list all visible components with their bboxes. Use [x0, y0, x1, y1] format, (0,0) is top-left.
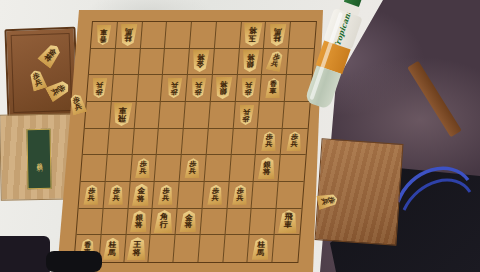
board-cell-r1c8: 桂馬: [264, 22, 291, 49]
shogi-piece-歩兵[interactable]: 歩兵: [135, 158, 152, 178]
board-cell-r9c7: [223, 235, 250, 262]
board-cell-r8c8: [250, 209, 277, 236]
piece-kanji: 金: [197, 62, 205, 69]
board-cell-r2c3: [138, 49, 165, 76]
board-cell-r4c7: 歩兵: [233, 102, 260, 129]
board-cell-r2c1: [89, 49, 116, 76]
shogi-piece-玉将[interactable]: 玉将: [242, 23, 263, 46]
board-cell-r8c9: 飛車: [275, 209, 302, 236]
shogi-piece-飛車[interactable]: 飛車: [278, 210, 299, 233]
piece-kanji: 飛: [118, 115, 127, 123]
piece-kanji: 兵: [139, 168, 147, 175]
piece-kanji: 兵: [236, 195, 244, 202]
shogi-piece-銀将[interactable]: 銀将: [258, 157, 277, 179]
board-cell-r6c6: [204, 155, 231, 182]
board-cell-r6c7: [229, 155, 256, 182]
piece-kanji: 歩: [96, 88, 104, 95]
board-cell-r3c8: 香車: [260, 75, 287, 102]
box-lid-edge: [11, 33, 73, 113]
shogi-piece-金将[interactable]: 金将: [179, 210, 198, 232]
board-cell-r3c6: 銀将: [211, 75, 238, 102]
board-cell-r1c6: [215, 22, 242, 49]
board-cell-r6c5: 歩兵: [180, 155, 207, 182]
board-cell-r1c5: [190, 22, 217, 49]
piece-kanji: 桂: [124, 35, 132, 42]
piece-kanji: 兵: [245, 81, 253, 88]
piece-kanji: 兵: [290, 142, 298, 149]
board-cell-r4c5: [184, 102, 211, 129]
board-cell-r5c3: [132, 129, 159, 156]
shogi-piece-歩兵[interactable]: 歩兵: [184, 158, 201, 178]
shogi-grid: 香車桂馬玉将桂馬金将銀将歩兵歩兵歩兵歩兵銀将歩兵香車飛車歩兵歩兵歩兵歩兵歩兵銀将…: [73, 21, 317, 263]
piece-kanji: 将: [137, 195, 145, 202]
piece-kanji: 将: [247, 54, 255, 61]
box-label: 将棋駒: [27, 129, 52, 189]
board-cell-r6c1: [81, 155, 108, 182]
piece-kanji: 兵: [74, 103, 83, 111]
board-cell-r4c1: [85, 102, 112, 129]
board-cell-r2c6: [213, 49, 240, 76]
board-cell-r3c7: 歩兵: [235, 75, 262, 102]
shogi-piece-歩兵[interactable]: 歩兵: [158, 185, 175, 205]
board-cell-r2c8: 歩兵: [262, 49, 289, 76]
board-cell-r9c5: [174, 235, 201, 262]
piece-kanji: 兵: [96, 81, 104, 88]
piece-kanji: 兵: [211, 195, 219, 202]
shogi-piece-歩兵[interactable]: 歩兵: [166, 78, 183, 98]
shogi-piece-桂馬[interactable]: 桂馬: [251, 238, 270, 260]
piece-kanji: 歩: [195, 88, 203, 95]
board-cell-r8c4: 角行: [151, 209, 178, 236]
piece-kanji: 香: [100, 35, 108, 42]
shogi-piece-桂馬[interactable]: 桂馬: [103, 238, 122, 260]
piece-kanji: 車: [118, 107, 127, 115]
shogi-piece-金将[interactable]: 金将: [132, 184, 151, 206]
shogi-piece-王将[interactable]: 王将: [127, 237, 148, 260]
board-cell-r7c6: 歩兵: [202, 182, 229, 209]
board-cell-r7c5: [178, 182, 205, 209]
board-cell-r4c2: 飛車: [109, 102, 136, 129]
board-cell-r4c9: [283, 102, 310, 129]
shogi-piece-角行[interactable]: 角行: [153, 210, 174, 233]
shogi-piece-金将[interactable]: 金将: [192, 50, 211, 72]
shogi-piece-歩兵[interactable]: 歩兵: [232, 185, 249, 205]
box-label-text: 将棋駒: [35, 157, 44, 160]
board-cell-r6c2: [105, 155, 132, 182]
piece-kanji: 歩: [244, 88, 252, 95]
board-cell-r7c7: 歩兵: [227, 182, 254, 209]
board-cell-r2c7: 銀将: [237, 49, 264, 76]
piece-kanji: 玉: [248, 35, 257, 43]
komadai-piece-stand[interactable]: [315, 138, 404, 245]
piece-kanji: 兵: [270, 61, 279, 69]
piece-kanji: 馬: [108, 249, 116, 256]
shogi-piece-香車[interactable]: 香車: [265, 78, 282, 98]
piece-kanji: 兵: [195, 81, 203, 88]
shogi-piece-香車[interactable]: 香車: [96, 25, 113, 45]
board-cell-r1c7: 玉将: [240, 22, 267, 49]
shogi-piece-歩兵[interactable]: 歩兵: [83, 185, 100, 205]
board-cell-r3c5: 歩兵: [186, 75, 213, 102]
board-cell-r7c2: 歩兵: [103, 182, 130, 209]
board-cell-r9c4: [149, 235, 176, 262]
piece-kanji: 兵: [87, 195, 95, 202]
board-cell-r7c4: 歩兵: [153, 182, 180, 209]
board-cell-r3c3: [136, 75, 163, 102]
shogi-piece-歩兵[interactable]: 歩兵: [286, 131, 303, 151]
board-cell-r5c2: [107, 129, 134, 156]
board-cell-r5c5: [182, 129, 209, 156]
piece-kanji: 馬: [274, 28, 282, 35]
board-cell-r6c3: 歩兵: [130, 155, 157, 182]
board-cell-r8c6: [200, 209, 227, 236]
shogi-piece-歩兵[interactable]: 歩兵: [261, 131, 278, 151]
piece-kanji: 車: [284, 222, 293, 230]
piece-kanji: 兵: [162, 195, 170, 202]
piece-kanji: 兵: [320, 198, 328, 206]
board-cell-r8c3: 銀将: [126, 209, 153, 236]
board-cell-r5c9: 歩兵: [281, 129, 308, 156]
shogi-piece-銀将[interactable]: 銀将: [241, 50, 260, 72]
photo-scene: 将棋駒 香車桂馬玉将桂馬金将銀将歩兵歩兵歩兵歩兵銀将歩兵香車飛車歩兵歩兵歩兵歩兵…: [0, 0, 480, 272]
board-cell-r1c1: 香車: [91, 22, 118, 49]
board-cell-r8c7: [225, 209, 252, 236]
board-cell-r6c9: [279, 155, 306, 182]
piece-kanji: 馬: [256, 249, 264, 256]
piece-kanji: 車: [100, 28, 108, 35]
shogi-piece-歩兵[interactable]: 歩兵: [265, 50, 285, 73]
blue-cable: [390, 140, 480, 220]
shogi-piece-歩兵[interactable]: 歩兵: [207, 185, 224, 205]
black-remote-object: [46, 251, 102, 272]
shogi-piece-銀将[interactable]: 銀将: [214, 77, 233, 99]
shogi-piece-歩兵[interactable]: 歩兵: [108, 185, 125, 205]
piece-kanji: 銀: [246, 62, 254, 69]
piece-kanji: 兵: [265, 142, 273, 149]
shogi-piece-歩兵[interactable]: 歩兵: [240, 78, 257, 98]
piece-kanji: 行: [159, 222, 168, 230]
piece-kanji: 将: [184, 222, 192, 229]
board-cell-r1c4: [165, 22, 192, 49]
board-cell-r5c4: [157, 129, 184, 156]
piece-kanji: 車: [269, 88, 277, 95]
piece-kanji: 兵: [171, 81, 179, 88]
shogi-piece-歩兵[interactable]: 歩兵: [191, 78, 208, 98]
dark-object: [0, 236, 50, 272]
board-cell-r9c6: [198, 235, 225, 262]
board-cell-r7c1: 歩兵: [79, 182, 106, 209]
board-cell-r8c5: 金将: [176, 209, 203, 236]
piece-kanji: 桂: [273, 35, 281, 42]
board-cell-r1c3: [140, 22, 167, 49]
board-cell-r8c1: [77, 209, 104, 236]
board-cell-r1c2: 桂馬: [116, 22, 143, 49]
piece-kanji: 兵: [34, 79, 43, 87]
piece-kanji: 兵: [112, 195, 120, 202]
shogi-piece-歩兵[interactable]: 歩兵: [91, 78, 108, 98]
board-cell-r4c4: [159, 102, 186, 129]
piece-kanji: 歩: [242, 115, 250, 122]
board-cell-r7c9: [277, 182, 304, 209]
board-cell-r3c2: [112, 75, 139, 102]
board-cell-r5c6: [207, 129, 234, 156]
piece-kanji: 兵: [189, 168, 197, 175]
board-cell-r7c8: [252, 182, 279, 209]
shogi-piece-桂馬[interactable]: 桂馬: [268, 24, 287, 46]
board-cell-r5c8: 歩兵: [256, 129, 283, 156]
piece-kanji: 将: [43, 53, 53, 63]
board-cell-r8c2: [101, 209, 128, 236]
board-cell-r3c1: 歩兵: [87, 75, 114, 102]
board-cell-r9c2: 桂馬: [99, 235, 126, 262]
piece-box-lid[interactable]: [4, 27, 78, 119]
piece-kanji: 将: [135, 222, 143, 229]
piece-kanji: 銀: [219, 88, 227, 95]
board-cell-r4c6: [209, 102, 236, 129]
piece-kanji: 将: [132, 249, 141, 257]
board-cell-r9c3: 王将: [124, 235, 151, 262]
board-cell-r2c5: 金将: [188, 49, 215, 76]
shogi-piece-銀将[interactable]: 銀将: [130, 210, 149, 232]
piece-kanji: 歩: [170, 88, 178, 95]
board-cell-r9c9: [273, 235, 300, 262]
shogi-piece-飛車[interactable]: 飛車: [112, 103, 133, 126]
board-cell-r4c3: [134, 102, 161, 129]
piece-kanji: 将: [220, 81, 228, 88]
shogi-piece-歩兵[interactable]: 歩兵: [238, 105, 255, 125]
board-cell-r4c8: [258, 102, 285, 129]
board-cell-r6c8: 銀将: [254, 155, 281, 182]
board-cell-r1c9: [289, 22, 316, 49]
board-cell-r6c4: [155, 155, 182, 182]
board-cell-r7c3: 金将: [128, 182, 155, 209]
board-cell-r2c4: [163, 49, 190, 76]
piece-kanji: 将: [263, 168, 271, 175]
piece-kanji: 将: [197, 54, 205, 61]
piece-kanji: 馬: [125, 28, 133, 35]
board-cell-r2c2: [114, 49, 141, 76]
board-cell-r3c4: 歩兵: [161, 75, 188, 102]
shogi-piece-桂馬[interactable]: 桂馬: [119, 24, 138, 46]
piece-kanji: 将: [248, 27, 257, 35]
board-cell-r5c7: [231, 129, 258, 156]
board-cell-r5c1: [83, 129, 110, 156]
board-cell-r9c8: 桂馬: [248, 235, 275, 262]
piece-kanji: 兵: [50, 87, 60, 97]
piece-kanji: 兵: [243, 108, 251, 115]
